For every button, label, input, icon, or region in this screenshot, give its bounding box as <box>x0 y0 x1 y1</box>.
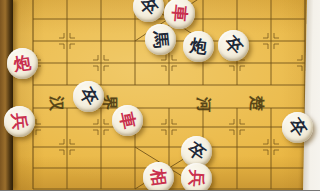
piece-glyph: 車 <box>170 4 188 22</box>
piece-glyph: 馬 <box>151 30 169 48</box>
piece-red-elephant[interactable]: 相 <box>143 162 174 191</box>
piece-red-cannon[interactable]: 炮 <box>7 48 38 79</box>
piece-red-chariot-2[interactable]: 車 <box>112 105 143 136</box>
river-char: 界 <box>102 95 117 110</box>
piece-black-soldier-5[interactable]: 卒 <box>181 136 212 167</box>
piece-black-horse[interactable]: 馬 <box>145 24 176 55</box>
piece-red-soldier-1[interactable]: 兵 <box>4 106 35 137</box>
river-char: 汉 <box>49 96 64 111</box>
piece-glyph: 兵 <box>187 169 205 187</box>
piece-glyph: 兵 <box>10 112 28 130</box>
piece-black-soldier-4[interactable]: 卒 <box>282 112 313 143</box>
river-char: 楚 <box>249 96 264 111</box>
piece-glyph: 炮 <box>12 53 31 72</box>
table-margin-right <box>303 0 320 190</box>
piece-glyph: 卒 <box>285 115 309 139</box>
piece-glyph: 炮 <box>188 36 207 55</box>
piece-black-soldier-3[interactable]: 卒 <box>73 81 104 112</box>
piece-red-soldier-2[interactable]: 兵 <box>181 163 212 191</box>
piece-black-cannon[interactable]: 炮 <box>183 31 214 62</box>
piece-glyph: 卒 <box>221 33 245 57</box>
xiangqi-photo: 汉界河楚 卒車馬炮卒炮卒兵車卒卒相兵 <box>0 0 320 190</box>
river-char: 河 <box>196 97 211 112</box>
piece-glyph: 車 <box>117 110 137 130</box>
piece-glyph: 卒 <box>184 139 208 163</box>
piece-glyph: 卒 <box>136 0 160 18</box>
board-frame-left <box>0 0 13 190</box>
piece-black-soldier-2[interactable]: 卒 <box>218 30 249 61</box>
piece-red-chariot-1[interactable]: 車 <box>164 0 195 29</box>
piece-glyph: 卒 <box>76 84 99 107</box>
piece-glyph: 相 <box>148 167 167 186</box>
